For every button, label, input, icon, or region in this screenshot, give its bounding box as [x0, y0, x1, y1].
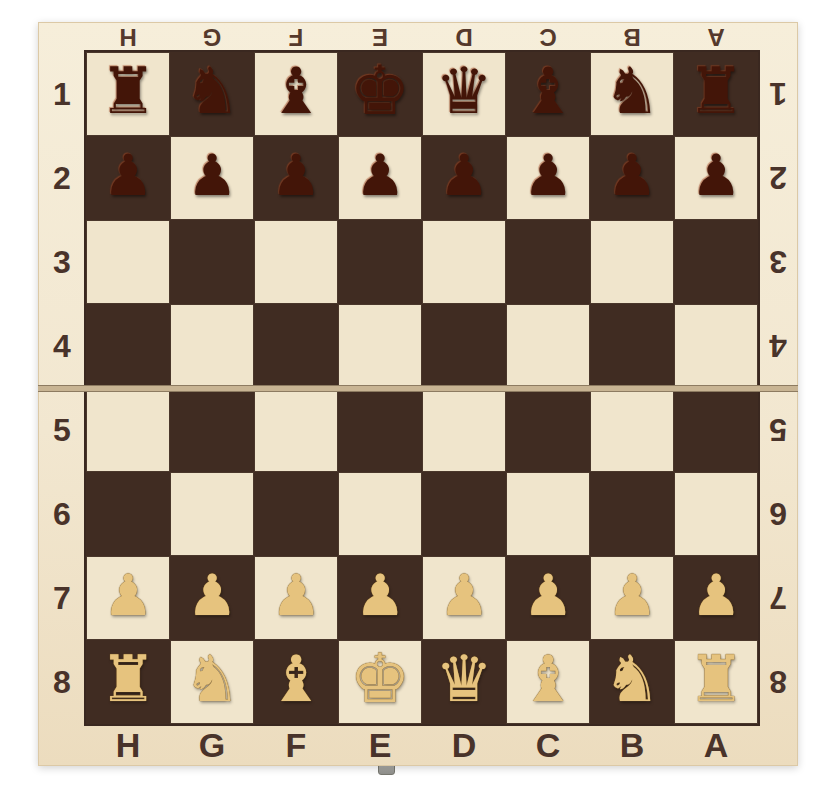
square-f2[interactable]: ♟ [254, 136, 338, 220]
square-g1[interactable]: ♞ [170, 52, 254, 136]
square-h4[interactable] [86, 304, 170, 388]
square-c1[interactable]: ♝ [506, 52, 590, 136]
square-e5[interactable] [338, 388, 422, 472]
dark-rook-h1[interactable]: ♜ [86, 49, 170, 133]
square-d2[interactable]: ♟ [422, 136, 506, 220]
dark-pawn-h2[interactable]: ♟ [86, 133, 170, 217]
light-pawn-h7[interactable]: ♟ [86, 553, 170, 637]
square-c4[interactable] [506, 304, 590, 388]
rank-label-left-1: 1 [38, 52, 86, 136]
square-c5[interactable] [506, 388, 590, 472]
square-d8[interactable]: ♛ [422, 640, 506, 724]
dark-bishop-f1[interactable]: ♝ [254, 49, 338, 133]
file-label-top-h: H [86, 22, 170, 52]
file-labels-top: HGFEDCBA [86, 22, 758, 52]
file-label-top-b: B [590, 22, 674, 52]
square-b8[interactable]: ♞ [590, 640, 674, 724]
square-c6[interactable] [506, 472, 590, 556]
light-pawn-e7[interactable]: ♟ [338, 553, 422, 637]
square-g3[interactable] [170, 220, 254, 304]
dark-bishop-c1[interactable]: ♝ [506, 49, 590, 133]
square-g2[interactable]: ♟ [170, 136, 254, 220]
square-g4[interactable] [170, 304, 254, 388]
rank-label-left-2: 2 [38, 136, 86, 220]
rank-label-right-4: 4 [758, 304, 798, 388]
square-d4[interactable] [422, 304, 506, 388]
square-f4[interactable] [254, 304, 338, 388]
light-pawn-b7[interactable]: ♟ [590, 553, 674, 637]
light-pawn-a7[interactable]: ♟ [674, 553, 758, 637]
dark-pawn-b2[interactable]: ♟ [590, 133, 674, 217]
dark-knight-g1[interactable]: ♞ [170, 49, 254, 133]
square-a5[interactable] [674, 388, 758, 472]
square-c8[interactable]: ♝ [506, 640, 590, 724]
square-d7[interactable]: ♟ [422, 556, 506, 640]
dark-knight-b1[interactable]: ♞ [590, 49, 674, 133]
square-a6[interactable] [674, 472, 758, 556]
dark-queen-d1[interactable]: ♛ [422, 49, 506, 133]
light-pawn-c7[interactable]: ♟ [506, 553, 590, 637]
rank-label-right-8: 8 [758, 640, 798, 724]
square-g6[interactable] [170, 472, 254, 556]
square-h2[interactable]: ♟ [86, 136, 170, 220]
rank-label-right-3: 3 [758, 220, 798, 304]
rank-label-left-3: 3 [38, 220, 86, 304]
square-g8[interactable]: ♞ [170, 640, 254, 724]
file-label-bottom-g: G [170, 724, 254, 766]
square-d6[interactable] [422, 472, 506, 556]
rank-label-right-5: 5 [758, 388, 798, 472]
square-d5[interactable] [422, 388, 506, 472]
dark-rook-a1[interactable]: ♜ [674, 49, 758, 133]
file-label-top-g: G [170, 22, 254, 52]
light-knight-b8[interactable]: ♞ [590, 637, 674, 721]
square-b6[interactable] [590, 472, 674, 556]
square-h7[interactable]: ♟ [86, 556, 170, 640]
rank-label-left-8: 8 [38, 640, 86, 724]
file-label-bottom-a: A [674, 724, 758, 766]
square-d1[interactable]: ♛ [422, 52, 506, 136]
file-labels-bottom: HGFEDCBA [86, 724, 758, 766]
file-label-bottom-f: F [254, 724, 338, 766]
file-label-top-f: F [254, 22, 338, 52]
rank-label-right-2: 2 [758, 136, 798, 220]
light-rook-a8[interactable]: ♜ [674, 637, 758, 721]
square-f7[interactable]: ♟ [254, 556, 338, 640]
square-a4[interactable] [674, 304, 758, 388]
fold-seam [38, 386, 798, 391]
square-a1[interactable]: ♜ [674, 52, 758, 136]
square-e7[interactable]: ♟ [338, 556, 422, 640]
square-c2[interactable]: ♟ [506, 136, 590, 220]
square-h1[interactable]: ♜ [86, 52, 170, 136]
square-e6[interactable] [338, 472, 422, 556]
light-pawn-d7[interactable]: ♟ [422, 553, 506, 637]
chess-board: HGFEDCBA 12345678 12345678 ♜♞♝♚♛♝♞♜♟♟♟♟♟… [38, 22, 798, 766]
light-knight-g8[interactable]: ♞ [170, 637, 254, 721]
dark-pawn-a2[interactable]: ♟ [674, 133, 758, 217]
file-label-top-d: D [422, 22, 506, 52]
square-b5[interactable] [590, 388, 674, 472]
light-rook-h8[interactable]: ♜ [86, 637, 170, 721]
rank-label-left-7: 7 [38, 556, 86, 640]
file-label-bottom-c: C [506, 724, 590, 766]
rank-label-left-6: 6 [38, 472, 86, 556]
square-f1[interactable]: ♝ [254, 52, 338, 136]
file-label-top-a: A [674, 22, 758, 52]
dark-pawn-f2[interactable]: ♟ [254, 133, 338, 217]
square-b7[interactable]: ♟ [590, 556, 674, 640]
file-label-bottom-d: D [422, 724, 506, 766]
dark-king-e1[interactable]: ♚ [338, 49, 422, 133]
square-f8[interactable]: ♝ [254, 640, 338, 724]
square-c7[interactable]: ♟ [506, 556, 590, 640]
square-b3[interactable] [590, 220, 674, 304]
square-f3[interactable] [254, 220, 338, 304]
square-a3[interactable] [674, 220, 758, 304]
light-pawn-g7[interactable]: ♟ [170, 553, 254, 637]
rank-label-left-5: 5 [38, 388, 86, 472]
square-e4[interactable] [338, 304, 422, 388]
dark-pawn-d2[interactable]: ♟ [422, 133, 506, 217]
rank-label-right-6: 6 [758, 472, 798, 556]
square-d3[interactable] [422, 220, 506, 304]
square-c3[interactable] [506, 220, 590, 304]
dark-pawn-g2[interactable]: ♟ [170, 133, 254, 217]
square-g7[interactable]: ♟ [170, 556, 254, 640]
light-queen-d8[interactable]: ♛ [422, 637, 506, 721]
light-bishop-c8[interactable]: ♝ [506, 637, 590, 721]
dark-pawn-c2[interactable]: ♟ [506, 133, 590, 217]
file-label-bottom-h: H [86, 724, 170, 766]
square-h8[interactable]: ♜ [86, 640, 170, 724]
file-label-top-e: E [338, 22, 422, 52]
square-f6[interactable] [254, 472, 338, 556]
square-b1[interactable]: ♞ [590, 52, 674, 136]
file-label-bottom-e: E [338, 724, 422, 766]
light-king-e8[interactable]: ♚ [338, 637, 422, 721]
square-h6[interactable] [86, 472, 170, 556]
square-e3[interactable] [338, 220, 422, 304]
file-label-top-c: C [506, 22, 590, 52]
square-a7[interactable]: ♟ [674, 556, 758, 640]
square-b4[interactable] [590, 304, 674, 388]
rank-label-left-4: 4 [38, 304, 86, 388]
rank-label-right-1: 1 [758, 52, 798, 136]
square-e2[interactable]: ♟ [338, 136, 422, 220]
light-bishop-f8[interactable]: ♝ [254, 637, 338, 721]
square-e8[interactable]: ♚ [338, 640, 422, 724]
dark-pawn-e2[interactable]: ♟ [338, 133, 422, 217]
rank-label-right-7: 7 [758, 556, 798, 640]
square-a2[interactable]: ♟ [674, 136, 758, 220]
square-h5[interactable] [86, 388, 170, 472]
square-a8[interactable]: ♜ [674, 640, 758, 724]
square-h3[interactable] [86, 220, 170, 304]
file-label-bottom-b: B [590, 724, 674, 766]
light-pawn-f7[interactable]: ♟ [254, 553, 338, 637]
square-g5[interactable] [170, 388, 254, 472]
square-b2[interactable]: ♟ [590, 136, 674, 220]
square-e1[interactable]: ♚ [338, 52, 422, 136]
square-f5[interactable] [254, 388, 338, 472]
